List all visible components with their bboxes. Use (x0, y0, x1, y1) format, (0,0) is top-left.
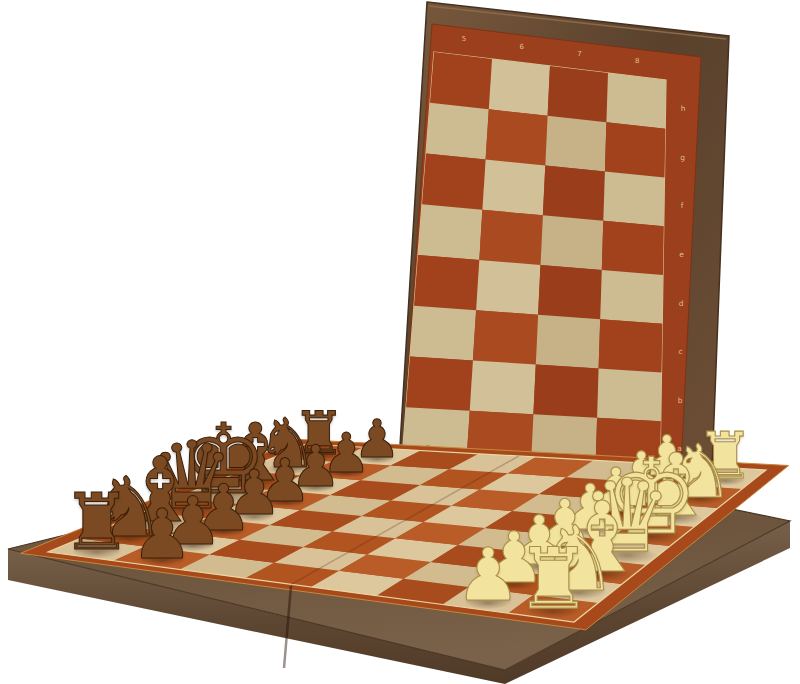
upright-top-coordinate: 8 (635, 57, 639, 65)
upright-square-1-1 (486, 109, 548, 165)
upright-board: 5678hgfedcba (399, 2, 729, 470)
upright-square-1-6 (470, 361, 536, 415)
upright-square-1-4 (476, 260, 540, 315)
upright-right-coordinate: h (681, 104, 686, 113)
upright-square-2-2 (543, 166, 605, 221)
upright-square-1-5 (473, 310, 538, 364)
upright-top-coordinate: 7 (577, 50, 581, 58)
upright-square-2-5 (536, 315, 600, 369)
upright-square-3-5 (599, 319, 663, 372)
upright-square-1-3 (479, 210, 543, 265)
upright-top-coordinate: 6 (520, 43, 525, 51)
upright-square-0-0 (430, 52, 492, 109)
upright-square-0-4 (414, 255, 479, 310)
upright-square-2-0 (548, 66, 608, 122)
upright-square-0-5 (410, 306, 476, 361)
upright-right-coordinate: c (679, 347, 683, 356)
upright-right-coordinate: a (677, 444, 682, 453)
upright-square-2-4 (538, 265, 602, 319)
upright-square-1-0 (489, 59, 550, 116)
boards-graphic: 5678hgfedcba (0, 0, 800, 684)
upright-square-0-6 (406, 357, 473, 411)
upright-square-0-1 (426, 103, 489, 160)
upright-right-coordinate: d (679, 299, 684, 308)
upright-square-3-3 (602, 221, 664, 275)
upright-square-3-2 (603, 172, 664, 227)
upright-square-0-2 (422, 154, 486, 210)
flat-board (8, 439, 790, 684)
upright-square-3-0 (606, 73, 666, 129)
upright-right-coordinate: f (681, 201, 684, 210)
upright-right-coordinate: b (678, 396, 683, 405)
chess-set-photo: 5678hgfedcba ♜♟♟♜♞♟♟♞♝♟♟♝♚♟♟♚♛♟♟♛♝♟♟♝♞♟♟… (0, 0, 800, 684)
upright-right-coordinate: g (680, 153, 685, 162)
upright-square-2-1 (545, 116, 606, 172)
upright-square-3-1 (605, 122, 665, 177)
upright-top-coordinate: 5 (462, 35, 466, 43)
upright-square-0-3 (418, 204, 482, 260)
upright-square-3-4 (600, 270, 663, 324)
upright-square-2-6 (533, 365, 598, 418)
upright-right-coordinate: e (679, 250, 684, 259)
upright-square-1-2 (482, 160, 545, 216)
upright-square-2-3 (541, 215, 604, 270)
upright-square-3-6 (597, 369, 661, 422)
